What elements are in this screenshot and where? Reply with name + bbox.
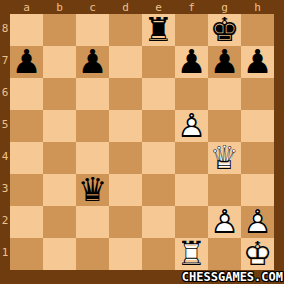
square-e5[interactable] <box>142 110 175 142</box>
black-rook-piece: ♜ <box>142 14 175 46</box>
square-f4[interactable] <box>175 142 208 174</box>
rank-label-7: 7 <box>0 46 10 78</box>
square-d1[interactable] <box>109 238 142 270</box>
chess-diagram-frame: abcdefgh 87654321 ♜♚♟♟♟♟♟♟♙♛♕♛♟♙♟♙♜♖♚♔ C… <box>0 0 284 284</box>
square-b7[interactable] <box>43 46 76 78</box>
square-h7[interactable]: ♟ <box>241 46 274 78</box>
square-g3[interactable] <box>208 174 241 206</box>
square-e8[interactable]: ♜ <box>142 14 175 46</box>
white-pawn-piece: ♟♙ <box>175 110 208 142</box>
square-a7[interactable]: ♟ <box>10 46 43 78</box>
white-queen-piece: ♛♕ <box>208 142 241 174</box>
file-label-a: a <box>10 1 43 14</box>
square-b8[interactable] <box>43 14 76 46</box>
square-h3[interactable] <box>241 174 274 206</box>
square-g4[interactable]: ♛♕ <box>208 142 241 174</box>
black-pawn-glyph: ♟ <box>210 45 240 78</box>
file-label-d: d <box>109 1 142 14</box>
square-e6[interactable] <box>142 78 175 110</box>
square-c7[interactable]: ♟ <box>76 46 109 78</box>
square-a6[interactable] <box>10 78 43 110</box>
square-a8[interactable] <box>10 14 43 46</box>
square-d5[interactable] <box>109 110 142 142</box>
white-pawn-outline-glyph: ♙ <box>243 205 273 238</box>
square-f1[interactable]: ♜♖ <box>175 238 208 270</box>
black-pawn-glyph: ♟ <box>243 45 273 78</box>
square-h8[interactable] <box>241 14 274 46</box>
square-c8[interactable] <box>76 14 109 46</box>
square-g5[interactable] <box>208 110 241 142</box>
white-queen-glyph: ♛ <box>210 141 240 174</box>
square-f5[interactable]: ♟♙ <box>175 110 208 142</box>
black-pawn-piece: ♟ <box>208 46 241 78</box>
square-a2[interactable] <box>10 206 43 238</box>
square-b5[interactable] <box>43 110 76 142</box>
square-e3[interactable] <box>142 174 175 206</box>
square-h1[interactable]: ♚♔ <box>241 238 274 270</box>
white-pawn-glyph: ♟ <box>177 109 207 142</box>
white-rook-outline-glyph: ♖ <box>177 237 207 270</box>
rank-label-5: 5 <box>0 110 10 142</box>
square-a4[interactable] <box>10 142 43 174</box>
square-f2[interactable] <box>175 206 208 238</box>
square-e2[interactable] <box>142 206 175 238</box>
square-h2[interactable]: ♟♙ <box>241 206 274 238</box>
black-pawn-piece: ♟ <box>241 46 274 78</box>
black-pawn-piece: ♟ <box>175 46 208 78</box>
square-c5[interactable] <box>76 110 109 142</box>
square-c3[interactable]: ♛ <box>76 174 109 206</box>
white-king-piece: ♚♔ <box>241 238 274 270</box>
file-label-h: h <box>241 1 274 14</box>
square-b2[interactable] <box>43 206 76 238</box>
black-king-piece: ♚ <box>208 14 241 46</box>
white-pawn-piece: ♟♙ <box>241 206 274 238</box>
file-label-f: f <box>175 1 208 14</box>
square-c1[interactable] <box>76 238 109 270</box>
square-d6[interactable] <box>109 78 142 110</box>
black-pawn-glyph: ♟ <box>12 45 42 78</box>
black-rook-glyph: ♜ <box>144 13 174 46</box>
black-pawn-piece: ♟ <box>10 46 43 78</box>
black-queen-piece: ♛ <box>76 174 109 206</box>
white-pawn-piece: ♟♙ <box>208 206 241 238</box>
white-pawn-outline-glyph: ♙ <box>177 109 207 142</box>
file-label-e: e <box>142 1 175 14</box>
file-label-b: b <box>43 1 76 14</box>
square-g8[interactable]: ♚ <box>208 14 241 46</box>
square-d4[interactable] <box>109 142 142 174</box>
square-h4[interactable] <box>241 142 274 174</box>
rank-label-4: 4 <box>0 142 10 174</box>
square-b6[interactable] <box>43 78 76 110</box>
square-g1[interactable] <box>208 238 241 270</box>
square-a1[interactable] <box>10 238 43 270</box>
white-pawn-glyph: ♟ <box>243 205 273 238</box>
black-pawn-piece: ♟ <box>76 46 109 78</box>
square-d7[interactable] <box>109 46 142 78</box>
rank-label-6: 6 <box>0 78 10 110</box>
white-rook-piece: ♜♖ <box>175 238 208 270</box>
square-f8[interactable] <box>175 14 208 46</box>
square-d8[interactable] <box>109 14 142 46</box>
white-king-outline-glyph: ♔ <box>243 237 273 270</box>
square-f3[interactable] <box>175 174 208 206</box>
white-king-glyph: ♚ <box>243 237 273 270</box>
square-c6[interactable] <box>76 78 109 110</box>
square-e1[interactable] <box>142 238 175 270</box>
square-c2[interactable] <box>76 206 109 238</box>
square-a3[interactable] <box>10 174 43 206</box>
square-b1[interactable] <box>43 238 76 270</box>
square-g2[interactable]: ♟♙ <box>208 206 241 238</box>
file-label-g: g <box>208 1 241 14</box>
rank-label-8: 8 <box>0 14 10 46</box>
square-d2[interactable] <box>109 206 142 238</box>
square-f6[interactable] <box>175 78 208 110</box>
rank-label-3: 3 <box>0 174 10 206</box>
square-g7[interactable]: ♟ <box>208 46 241 78</box>
square-h5[interactable] <box>241 110 274 142</box>
black-king-glyph: ♚ <box>210 13 240 46</box>
white-pawn-glyph: ♟ <box>210 205 240 238</box>
square-a5[interactable] <box>10 110 43 142</box>
black-pawn-glyph: ♟ <box>78 45 108 78</box>
black-queen-glyph: ♛ <box>78 173 108 206</box>
black-pawn-glyph: ♟ <box>177 45 207 78</box>
white-rook-glyph: ♜ <box>177 237 207 270</box>
chessgames-watermark: CHESSGAMES.COM <box>182 270 283 284</box>
chess-board: ♜♚♟♟♟♟♟♟♙♛♕♛♟♙♟♙♜♖♚♔ <box>10 14 274 270</box>
white-queen-outline-glyph: ♕ <box>210 141 240 174</box>
square-e4[interactable] <box>142 142 175 174</box>
rank-label-2: 2 <box>0 206 10 238</box>
square-g6[interactable] <box>208 78 241 110</box>
square-b3[interactable] <box>43 174 76 206</box>
rank-label-1: 1 <box>0 238 10 270</box>
square-e7[interactable] <box>142 46 175 78</box>
square-h6[interactable] <box>241 78 274 110</box>
square-c4[interactable] <box>76 142 109 174</box>
square-f7[interactable]: ♟ <box>175 46 208 78</box>
white-pawn-outline-glyph: ♙ <box>210 205 240 238</box>
square-b4[interactable] <box>43 142 76 174</box>
square-d3[interactable] <box>109 174 142 206</box>
file-label-c: c <box>76 1 109 14</box>
